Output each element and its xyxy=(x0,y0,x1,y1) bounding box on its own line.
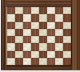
square-r2c8[interactable] xyxy=(63,14,71,21)
square-r7c1[interactable] xyxy=(7,51,15,58)
square-r2c2[interactable] xyxy=(15,14,23,21)
square-r7c2[interactable] xyxy=(15,51,23,58)
square-r3c7[interactable] xyxy=(55,22,63,29)
board-squares-grid xyxy=(7,7,71,65)
square-r4c1[interactable] xyxy=(7,29,15,36)
square-r5c7[interactable] xyxy=(55,36,63,43)
square-r4c8[interactable] xyxy=(63,29,71,36)
square-r5c1[interactable] xyxy=(7,36,15,43)
square-r3c8[interactable] xyxy=(63,22,71,29)
square-r4c2[interactable] xyxy=(15,29,23,36)
square-r2c4[interactable] xyxy=(31,14,39,21)
square-r5c5[interactable] xyxy=(39,36,47,43)
square-r5c2[interactable] xyxy=(15,36,23,43)
square-r1c1[interactable] xyxy=(7,7,15,14)
square-r3c6[interactable] xyxy=(47,22,55,29)
square-r1c8[interactable] xyxy=(63,7,71,14)
square-r7c3[interactable] xyxy=(23,51,31,58)
board-frame-top-rail xyxy=(1,0,80,7)
square-r5c4[interactable] xyxy=(31,36,39,43)
square-r2c3[interactable] xyxy=(23,14,31,21)
square-r4c5[interactable] xyxy=(39,29,47,36)
square-r6c1[interactable] xyxy=(7,43,15,50)
square-r8c4[interactable] xyxy=(31,58,39,65)
square-r3c2[interactable] xyxy=(15,22,23,29)
square-r6c7[interactable] xyxy=(55,43,63,50)
square-r6c8[interactable] xyxy=(63,43,71,50)
square-r1c3[interactable] xyxy=(23,7,31,14)
square-r4c6[interactable] xyxy=(47,29,55,36)
square-r8c6[interactable] xyxy=(47,58,55,65)
square-r1c4[interactable] xyxy=(31,7,39,14)
square-r2c5[interactable] xyxy=(39,14,47,21)
square-r7c5[interactable] xyxy=(39,51,47,58)
square-r3c4[interactable] xyxy=(31,22,39,29)
square-r8c7[interactable] xyxy=(55,58,63,65)
square-r7c4[interactable] xyxy=(31,51,39,58)
square-r3c1[interactable] xyxy=(7,22,15,29)
square-r4c7[interactable] xyxy=(55,29,63,36)
square-r8c3[interactable] xyxy=(23,58,31,65)
square-r8c5[interactable] xyxy=(39,58,47,65)
square-r1c2[interactable] xyxy=(15,7,23,14)
square-r7c8[interactable] xyxy=(63,51,71,58)
square-r8c2[interactable] xyxy=(15,58,23,65)
square-r3c3[interactable] xyxy=(23,22,31,29)
square-r3c5[interactable] xyxy=(39,22,47,29)
square-r5c6[interactable] xyxy=(47,36,55,43)
square-r1c6[interactable] xyxy=(47,7,55,14)
square-r6c6[interactable] xyxy=(47,43,55,50)
square-r5c3[interactable] xyxy=(23,36,31,43)
square-r5c8[interactable] xyxy=(63,36,71,43)
square-r2c1[interactable] xyxy=(7,14,15,21)
square-r7c6[interactable] xyxy=(47,51,55,58)
board-drop-shadow xyxy=(1,70,79,71)
square-r6c2[interactable] xyxy=(15,43,23,50)
square-r1c5[interactable] xyxy=(39,7,47,14)
chessboard-product-photo xyxy=(0,0,80,72)
square-r4c4[interactable] xyxy=(31,29,39,36)
square-r8c1[interactable] xyxy=(7,58,15,65)
square-r6c4[interactable] xyxy=(31,43,39,50)
square-r1c7[interactable] xyxy=(55,7,63,14)
chess-board xyxy=(1,0,80,70)
square-r2c6[interactable] xyxy=(47,14,55,21)
square-r8c8[interactable] xyxy=(63,58,71,65)
board-frame-right-rail xyxy=(71,0,80,70)
square-r7c7[interactable] xyxy=(55,51,63,58)
square-r4c3[interactable] xyxy=(23,29,31,36)
square-r2c7[interactable] xyxy=(55,14,63,21)
square-r6c5[interactable] xyxy=(39,43,47,50)
square-r6c3[interactable] xyxy=(23,43,31,50)
